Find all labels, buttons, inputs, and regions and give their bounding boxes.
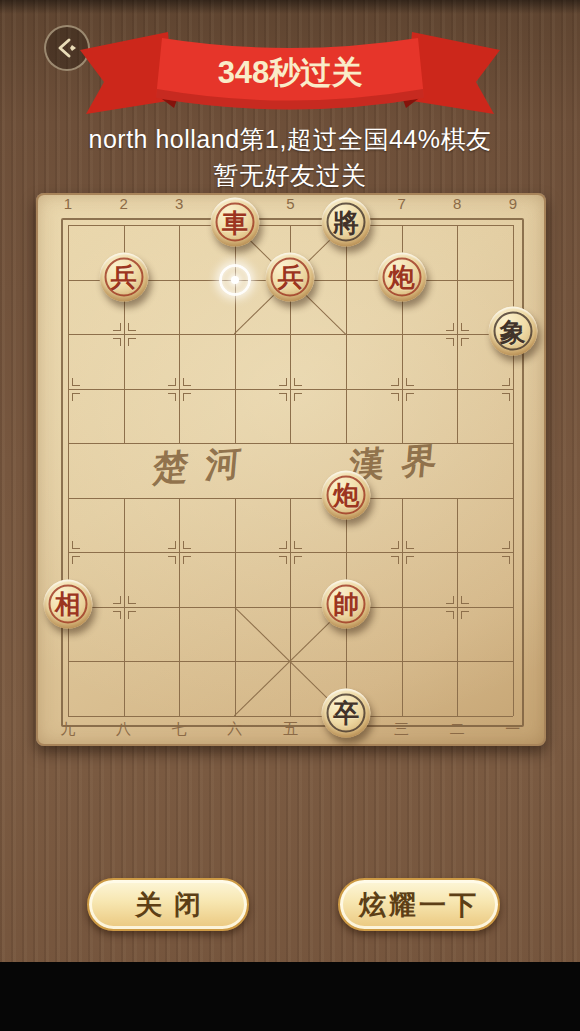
point-marker	[391, 556, 399, 564]
top-shade	[0, 0, 580, 14]
point-marker	[113, 611, 121, 619]
piece-glyph: 卒	[333, 700, 359, 726]
point-marker	[446, 596, 454, 604]
point-marker	[406, 393, 414, 401]
point-marker	[406, 541, 414, 549]
point-marker	[461, 596, 469, 604]
file-label-top: 5	[286, 195, 294, 212]
result-banner: 348秒过关	[70, 26, 510, 114]
point-marker	[128, 611, 136, 619]
point-marker	[128, 323, 136, 331]
grid-line	[290, 498, 291, 716]
banner-title: 348秒过关	[218, 55, 363, 90]
point-marker	[183, 378, 191, 386]
point-marker	[406, 378, 414, 386]
grid-line	[235, 225, 236, 443]
point-marker	[461, 611, 469, 619]
file-label-bottom: 五	[283, 720, 298, 739]
file-label-bottom: 九	[61, 720, 76, 739]
point-marker	[113, 338, 121, 346]
piece-red-炮[interactable]: 炮	[377, 252, 426, 301]
piece-glyph: 帥	[333, 591, 359, 617]
file-label-top: 9	[509, 195, 517, 212]
piece-black-將[interactable]: 將	[322, 198, 371, 247]
point-marker	[446, 611, 454, 619]
file-label-bottom: 一	[505, 720, 520, 739]
file-label-top: 2	[119, 195, 127, 212]
file-label-top: 3	[175, 195, 183, 212]
point-marker	[128, 338, 136, 346]
grid-line	[68, 225, 69, 716]
point-marker	[72, 541, 80, 549]
point-marker	[279, 556, 287, 564]
last-move-highlight	[219, 264, 251, 296]
piece-red-車[interactable]: 車	[210, 198, 259, 247]
point-marker	[183, 556, 191, 564]
piece-glyph: 車	[222, 209, 248, 235]
file-label-bottom: 八	[116, 720, 131, 739]
point-marker	[113, 596, 121, 604]
point-marker	[168, 541, 176, 549]
piece-glyph: 炮	[333, 482, 359, 508]
point-marker	[502, 378, 510, 386]
grid-line	[402, 498, 403, 716]
piece-red-兵[interactable]: 兵	[99, 252, 148, 301]
grid-line	[68, 443, 513, 444]
point-marker	[72, 378, 80, 386]
piece-glyph: 將	[333, 209, 359, 235]
point-marker	[391, 541, 399, 549]
point-marker	[461, 323, 469, 331]
point-marker	[294, 393, 302, 401]
point-marker	[502, 393, 510, 401]
piece-glyph: 象	[500, 318, 526, 344]
grid-line	[124, 498, 125, 716]
point-marker	[183, 541, 191, 549]
point-marker	[294, 541, 302, 549]
grid-line	[68, 716, 513, 717]
point-marker	[461, 338, 469, 346]
grid-line	[457, 225, 458, 443]
piece-black-卒[interactable]: 卒	[322, 688, 371, 737]
point-marker	[113, 323, 121, 331]
point-marker	[502, 556, 510, 564]
brag-button[interactable]: 炫耀一下	[338, 878, 500, 931]
file-label-bottom: 二	[450, 720, 465, 739]
file-label-bottom: 六	[227, 720, 242, 739]
point-marker	[446, 323, 454, 331]
piece-red-兵[interactable]: 兵	[266, 252, 315, 301]
point-marker	[279, 541, 287, 549]
screen: 348秒过关 north holland第1,超过全国44%棋友 暂无好友过关 …	[0, 0, 580, 1031]
file-label-bottom: 三	[394, 720, 409, 739]
piece-red-帥[interactable]: 帥	[322, 579, 371, 628]
grid-line	[179, 225, 180, 443]
point-marker	[279, 393, 287, 401]
grid-line	[457, 498, 458, 716]
point-marker	[168, 556, 176, 564]
point-marker	[391, 378, 399, 386]
point-marker	[294, 556, 302, 564]
piece-glyph: 相	[55, 591, 81, 617]
rank-summary: north holland第1,超过全国44%棋友	[0, 123, 580, 156]
grid-line	[179, 498, 180, 716]
android-navbar	[0, 962, 580, 1031]
point-marker	[183, 393, 191, 401]
point-marker	[279, 378, 287, 386]
piece-red-炮[interactable]: 炮	[322, 470, 371, 519]
file-label-top: 7	[397, 195, 405, 212]
point-marker	[72, 393, 80, 401]
point-marker	[128, 596, 136, 604]
xiangqi-board[interactable]: 楚河 漢界 123456789九八七六五四三二一車將兵兵炮象炮相帥卒	[36, 193, 546, 746]
point-marker	[391, 393, 399, 401]
piece-glyph: 兵	[277, 264, 303, 290]
close-button[interactable]: 关闭	[87, 878, 249, 931]
piece-black-象[interactable]: 象	[488, 307, 537, 356]
piece-red-相[interactable]: 相	[44, 579, 93, 628]
point-marker	[168, 393, 176, 401]
file-label-top: 8	[453, 195, 461, 212]
point-marker	[294, 378, 302, 386]
file-label-top: 1	[64, 195, 72, 212]
grid-line	[513, 225, 514, 716]
point-marker	[446, 338, 454, 346]
point-marker	[168, 378, 176, 386]
piece-glyph: 兵	[111, 264, 137, 290]
point-marker	[72, 556, 80, 564]
friends-status: 暂无好友过关	[0, 159, 580, 192]
point-marker	[502, 541, 510, 549]
piece-glyph: 炮	[389, 264, 415, 290]
point-marker	[406, 556, 414, 564]
file-label-bottom: 七	[172, 720, 187, 739]
